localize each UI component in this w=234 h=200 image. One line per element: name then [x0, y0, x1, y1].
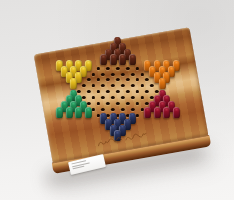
- board-cell: [74, 112, 84, 118]
- board-cell: [142, 112, 152, 118]
- empty-hole[interactable]: [136, 114, 140, 117]
- empty-hole[interactable]: [126, 90, 130, 93]
- empty-hole[interactable]: [101, 108, 105, 111]
- peg-orange[interactable]: [158, 78, 165, 89]
- empty-hole[interactable]: [101, 73, 105, 76]
- board-row: [103, 124, 132, 130]
- empty-hole[interactable]: [121, 108, 125, 111]
- board-cell: [64, 112, 74, 118]
- board-cell: [157, 83, 167, 89]
- peg-dark-red[interactable]: [163, 107, 170, 118]
- empty-hole[interactable]: [96, 90, 100, 93]
- empty-hole[interactable]: [106, 90, 110, 93]
- empty-hole[interactable]: [131, 108, 135, 111]
- peg-green[interactable]: [65, 107, 72, 118]
- empty-hole[interactable]: [91, 96, 95, 99]
- empty-hole[interactable]: [111, 96, 115, 99]
- empty-hole[interactable]: [121, 96, 125, 99]
- empty-hole[interactable]: [126, 79, 130, 82]
- empty-hole[interactable]: [136, 79, 140, 82]
- photo-backdrop: [0, 0, 234, 200]
- empty-hole[interactable]: [111, 84, 115, 87]
- empty-hole[interactable]: [136, 90, 140, 93]
- empty-hole[interactable]: [101, 84, 105, 87]
- empty-hole[interactable]: [96, 79, 100, 82]
- peg-brown[interactable]: [129, 55, 136, 66]
- peg-green[interactable]: [56, 107, 63, 118]
- empty-hole[interactable]: [101, 96, 105, 99]
- empty-hole[interactable]: [136, 67, 140, 70]
- peg-green[interactable]: [85, 107, 92, 118]
- empty-hole[interactable]: [116, 102, 120, 105]
- peg-dark-red[interactable]: [173, 107, 180, 118]
- empty-hole[interactable]: [121, 73, 125, 76]
- empty-hole[interactable]: [126, 67, 130, 70]
- empty-hole[interactable]: [91, 84, 95, 87]
- empty-hole[interactable]: [91, 108, 95, 111]
- empty-hole[interactable]: [145, 90, 149, 93]
- peg-brown[interactable]: [109, 55, 116, 66]
- peg-brown[interactable]: [100, 55, 107, 66]
- empty-hole[interactable]: [111, 73, 115, 76]
- peg-brown[interactable]: [119, 55, 126, 66]
- empty-hole[interactable]: [82, 96, 86, 99]
- empty-hole[interactable]: [91, 73, 95, 76]
- empty-hole[interactable]: [131, 84, 135, 87]
- game-board: [34, 27, 211, 174]
- empty-hole[interactable]: [106, 79, 110, 82]
- empty-hole[interactable]: [145, 79, 149, 82]
- peg-dark-red[interactable]: [154, 107, 161, 118]
- empty-hole[interactable]: [140, 84, 144, 87]
- empty-hole[interactable]: [136, 102, 140, 105]
- board-cell: [152, 112, 162, 118]
- board-cell: [172, 112, 182, 118]
- peg-yellow[interactable]: [70, 78, 77, 89]
- empty-hole[interactable]: [87, 102, 91, 105]
- empty-hole[interactable]: [116, 90, 120, 93]
- empty-hole[interactable]: [121, 84, 125, 87]
- board-cell: [162, 112, 172, 118]
- empty-hole[interactable]: [126, 102, 130, 105]
- empty-hole[interactable]: [140, 73, 144, 76]
- peg-dark-red[interactable]: [144, 107, 151, 118]
- empty-hole[interactable]: [150, 84, 154, 87]
- empty-hole[interactable]: [116, 79, 120, 82]
- board-cell: [84, 112, 94, 118]
- empty-hole[interactable]: [87, 90, 91, 93]
- empty-hole[interactable]: [106, 102, 110, 105]
- empty-hole[interactable]: [77, 90, 81, 93]
- empty-hole[interactable]: [82, 84, 86, 87]
- peg-green[interactable]: [75, 107, 82, 118]
- empty-hole[interactable]: [106, 67, 110, 70]
- empty-hole[interactable]: [96, 67, 100, 70]
- empty-hole[interactable]: [111, 108, 115, 111]
- empty-hole[interactable]: [116, 67, 120, 70]
- empty-hole[interactable]: [140, 96, 144, 99]
- star-field: [54, 42, 182, 142]
- empty-hole[interactable]: [87, 79, 91, 82]
- empty-hole[interactable]: [131, 73, 135, 76]
- board-cell: [54, 112, 64, 118]
- empty-hole[interactable]: [131, 96, 135, 99]
- empty-hole[interactable]: [96, 102, 100, 105]
